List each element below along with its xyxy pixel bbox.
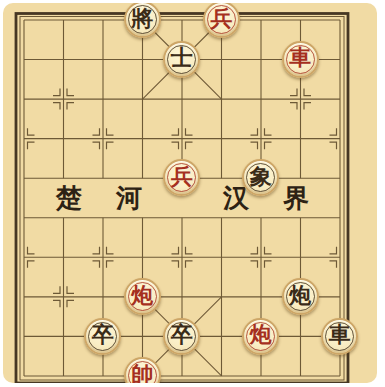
piece-red-cannon-2[interactable]: 炮 — [242, 318, 279, 355]
piece-glyph: 車 — [329, 324, 351, 346]
piece-black-general[interactable]: 將 — [124, 3, 161, 38]
piece-red-chariot[interactable]: 車 — [282, 41, 319, 78]
piece-red-general[interactable]: 帥 — [124, 357, 161, 383]
piece-glyph: 炮 — [289, 285, 311, 307]
piece-glyph: 卒 — [171, 324, 193, 346]
piece-black-pawn-2[interactable]: 卒 — [163, 318, 200, 355]
piece-black-elephant[interactable]: 象 — [242, 159, 279, 196]
piece-glyph: 士 — [171, 47, 193, 69]
piece-glyph: 兵 — [210, 8, 232, 30]
piece-glyph: 將 — [131, 8, 153, 30]
pieces-layer: 將兵士車兵象炮炮卒卒炮車帥 — [4, 3, 360, 383]
piece-glyph: 兵 — [171, 166, 193, 188]
piece-black-cannon[interactable]: 炮 — [282, 278, 319, 315]
piece-black-advisor[interactable]: 士 — [163, 41, 200, 78]
piece-black-chariot[interactable]: 車 — [321, 318, 358, 355]
piece-glyph: 帥 — [131, 364, 153, 383]
piece-glyph: 炮 — [250, 324, 272, 346]
piece-glyph: 象 — [250, 166, 272, 188]
piece-glyph: 車 — [289, 47, 311, 69]
piece-red-pawn-2[interactable]: 兵 — [163, 159, 200, 196]
xiangqi-board: 楚 河 汉 界 將兵士車兵象炮炮卒卒炮車帥 — [3, 3, 377, 383]
piece-red-pawn-1[interactable]: 兵 — [203, 3, 240, 38]
piece-glyph: 炮 — [131, 285, 153, 307]
piece-black-pawn-1[interactable]: 卒 — [84, 318, 121, 355]
piece-red-cannon-1[interactable]: 炮 — [124, 278, 161, 315]
piece-glyph: 卒 — [92, 324, 114, 346]
